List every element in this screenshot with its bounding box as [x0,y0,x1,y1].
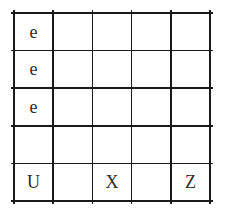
puzzle-board: e e e U X Z [14,13,210,201]
cell-r5c4[interactable] [132,163,171,201]
cell-r4c5[interactable] [171,126,210,164]
cell-r3c2[interactable] [53,88,92,126]
cell-r2c5[interactable] [171,51,210,89]
cell-r3c4[interactable] [132,88,171,126]
puzzle-diagram: e e e U X Z [0,0,229,220]
cell-r3c5[interactable] [171,88,210,126]
cell-r3c3[interactable] [92,88,131,126]
cell-r1c4[interactable] [132,13,171,51]
cell-r4c2[interactable] [53,126,92,164]
cell-r2c2[interactable] [53,51,92,89]
cell-r4c3[interactable] [92,126,131,164]
cell-r4c1[interactable] [14,126,53,164]
cell-r2c3[interactable] [92,51,131,89]
cell-r2c4[interactable] [132,51,171,89]
cell-r3c1[interactable]: e [14,88,53,126]
cell-r1c5[interactable] [171,13,210,51]
cell-r1c1[interactable]: e [14,13,53,51]
cell-r5c2[interactable] [53,163,92,201]
cell-r4c4[interactable] [132,126,171,164]
cell-r2c1[interactable]: e [14,51,53,89]
cell-r5c5[interactable]: Z [171,163,210,201]
cell-r1c3[interactable] [92,13,131,51]
cell-r5c3[interactable]: X [92,163,131,201]
cell-r5c1[interactable]: U [14,163,53,201]
cell-r1c2[interactable] [53,13,92,51]
